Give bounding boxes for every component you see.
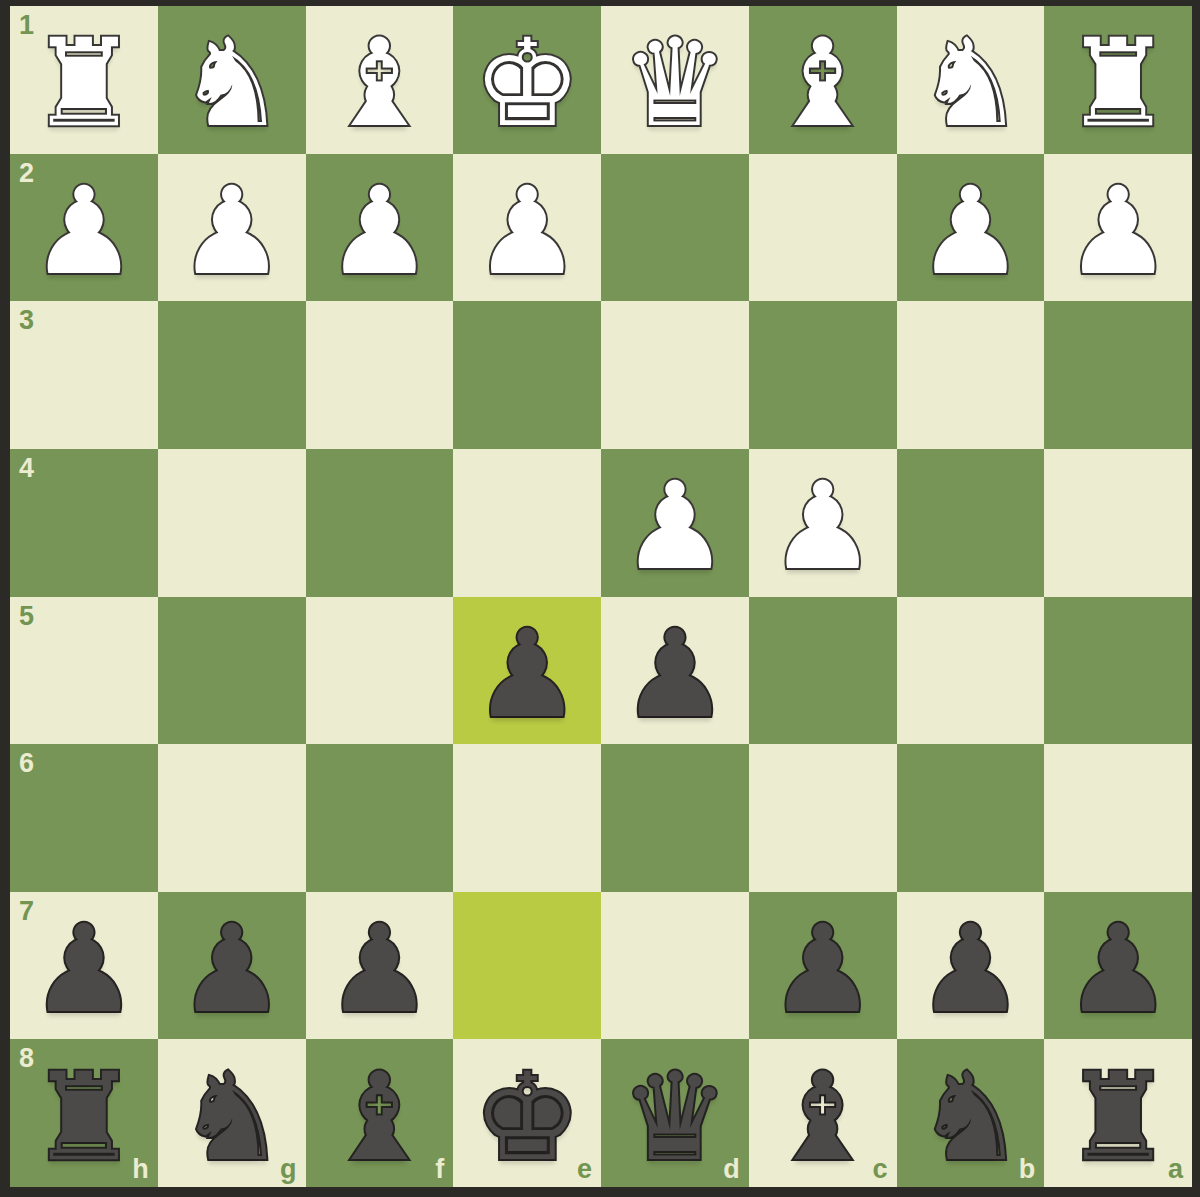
square-h3[interactable]: 3 [10,301,158,449]
white-bishop-c1[interactable]: ♝ [768,23,876,144]
square-e5[interactable]: ♟ [453,597,601,745]
black-pawn-h7[interactable]: ♟ [30,909,138,1030]
white-king-e1[interactable]: ♚ [473,23,581,144]
white-pawn-h2[interactable]: ♟ [30,171,138,292]
rank-label-6: 6 [19,750,34,777]
black-queen-d8[interactable]: ♛ [621,1057,729,1178]
square-a4[interactable] [1044,449,1192,597]
square-h8[interactable]: 8h♜ [10,1039,158,1187]
square-a6[interactable] [1044,744,1192,892]
square-e7[interactable] [453,892,601,1040]
square-b2[interactable]: ♟ [897,154,1045,302]
square-g1[interactable]: ♞ [158,6,306,154]
square-h2[interactable]: 2♟ [10,154,158,302]
square-f4[interactable] [306,449,454,597]
rank-label-3: 3 [19,307,34,334]
square-f1[interactable]: ♝ [306,6,454,154]
black-king-e8[interactable]: ♚ [473,1057,581,1178]
black-bishop-f8[interactable]: ♝ [325,1057,433,1178]
square-g8[interactable]: g♞ [158,1039,306,1187]
square-b4[interactable] [897,449,1045,597]
black-bishop-c8[interactable]: ♝ [768,1057,876,1178]
square-c7[interactable]: ♟ [749,892,897,1040]
square-f6[interactable] [306,744,454,892]
black-rook-a8[interactable]: ♜ [1064,1057,1172,1178]
white-pawn-f2[interactable]: ♟ [325,171,433,292]
square-c5[interactable] [749,597,897,745]
square-a7[interactable]: ♟ [1044,892,1192,1040]
white-pawn-d4[interactable]: ♟ [621,466,729,587]
white-pawn-c4[interactable]: ♟ [768,466,876,587]
white-pawn-e2[interactable]: ♟ [473,171,581,292]
square-f8[interactable]: f♝ [306,1039,454,1187]
white-pawn-g2[interactable]: ♟ [177,171,285,292]
square-f3[interactable] [306,301,454,449]
square-b3[interactable] [897,301,1045,449]
square-d5[interactable]: ♟ [601,597,749,745]
square-f2[interactable]: ♟ [306,154,454,302]
white-bishop-f1[interactable]: ♝ [325,23,433,144]
square-d6[interactable] [601,744,749,892]
black-pawn-b7[interactable]: ♟ [916,909,1024,1030]
square-c4[interactable]: ♟ [749,449,897,597]
square-h7[interactable]: 7♟ [10,892,158,1040]
square-d4[interactable]: ♟ [601,449,749,597]
square-c1[interactable]: ♝ [749,6,897,154]
square-g7[interactable]: ♟ [158,892,306,1040]
square-e2[interactable]: ♟ [453,154,601,302]
square-h5[interactable]: 5 [10,597,158,745]
square-b1[interactable]: ♞ [897,6,1045,154]
white-rook-a1[interactable]: ♜ [1064,23,1172,144]
square-b8[interactable]: b♞ [897,1039,1045,1187]
square-f5[interactable] [306,597,454,745]
square-g3[interactable] [158,301,306,449]
square-b7[interactable]: ♟ [897,892,1045,1040]
app-background: { "game": "chess", "position": { "fen": … [0,0,1200,1197]
white-rook-h1[interactable]: ♜ [30,23,138,144]
square-a2[interactable]: ♟ [1044,154,1192,302]
square-g6[interactable] [158,744,306,892]
square-c2[interactable] [749,154,897,302]
square-d3[interactable] [601,301,749,449]
black-rook-h8[interactable]: ♜ [30,1057,138,1178]
file-label-f: f [435,1156,444,1183]
square-d2[interactable] [601,154,749,302]
square-a3[interactable] [1044,301,1192,449]
black-pawn-a7[interactable]: ♟ [1064,909,1172,1030]
square-g4[interactable] [158,449,306,597]
black-knight-b8[interactable]: ♞ [916,1057,1024,1178]
white-pawn-a2[interactable]: ♟ [1064,171,1172,292]
square-c6[interactable] [749,744,897,892]
square-h6[interactable]: 6 [10,744,158,892]
square-b5[interactable] [897,597,1045,745]
square-d7[interactable] [601,892,749,1040]
black-pawn-e5[interactable]: ♟ [473,614,581,735]
square-g5[interactable] [158,597,306,745]
square-e1[interactable]: ♚ [453,6,601,154]
rank-label-5: 5 [19,603,34,630]
square-e8[interactable]: e♚ [453,1039,601,1187]
white-queen-d1[interactable]: ♛ [621,23,729,144]
square-c3[interactable] [749,301,897,449]
square-h1[interactable]: 1♜ [10,6,158,154]
rank-label-4: 4 [19,455,34,482]
black-pawn-d5[interactable]: ♟ [621,614,729,735]
square-f7[interactable]: ♟ [306,892,454,1040]
square-a1[interactable]: ♜ [1044,6,1192,154]
square-c8[interactable]: c♝ [749,1039,897,1187]
white-knight-b1[interactable]: ♞ [916,23,1024,144]
square-e4[interactable] [453,449,601,597]
square-d8[interactable]: d♛ [601,1039,749,1187]
square-a5[interactable] [1044,597,1192,745]
black-knight-g8[interactable]: ♞ [177,1057,285,1178]
square-e3[interactable] [453,301,601,449]
black-pawn-c7[interactable]: ♟ [768,909,876,1030]
square-a8[interactable]: a♜ [1044,1039,1192,1187]
chess-board: 1♜♞♝♚♛♝♞♜2♟♟♟♟♟♟34♟♟5♟♟67♟♟♟♟♟♟8h♜g♞f♝e♚… [10,6,1192,1187]
square-b6[interactable] [897,744,1045,892]
square-h4[interactable]: 4 [10,449,158,597]
square-g2[interactable]: ♟ [158,154,306,302]
black-pawn-f7[interactable]: ♟ [325,909,433,1030]
white-pawn-b2[interactable]: ♟ [916,171,1024,292]
square-d1[interactable]: ♛ [601,6,749,154]
black-pawn-g7[interactable]: ♟ [177,909,285,1030]
square-e6[interactable] [453,744,601,892]
white-knight-g1[interactable]: ♞ [177,23,285,144]
